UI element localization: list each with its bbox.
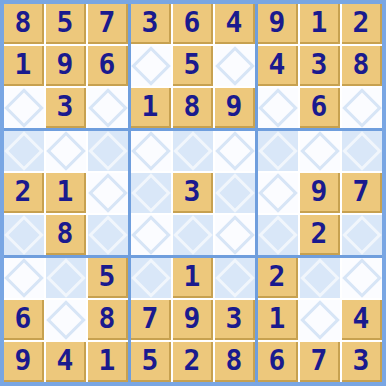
cell-r2c2: 9 [46, 46, 86, 86]
cell-r5c2: 1 [46, 173, 86, 213]
cell-r8c7: 1 [258, 300, 298, 340]
cell-r7c1[interactable] [4, 258, 44, 298]
cell-r3c4: 1 [131, 88, 171, 128]
cell-r6c9[interactable] [342, 215, 382, 255]
cell-r4c8[interactable] [300, 131, 340, 171]
empty-cell-diamond-icon [173, 131, 213, 171]
empty-cell-diamond-icon [258, 215, 298, 255]
cell-r7c4[interactable] [131, 258, 171, 298]
cell-r5c4[interactable] [131, 173, 171, 213]
empty-cell-diamond-icon [46, 258, 86, 298]
cell-r8c4: 7 [131, 300, 171, 340]
empty-cell-diamond-icon [215, 173, 255, 213]
cell-r1c6: 4 [215, 4, 255, 44]
cell-r8c8[interactable] [300, 300, 340, 340]
cell-r7c9[interactable] [342, 258, 382, 298]
cell-r2c6[interactable] [215, 46, 255, 86]
cell-r1c8: 1 [300, 4, 340, 44]
empty-cell-diamond-icon [300, 300, 340, 340]
empty-cell-diamond-icon [258, 131, 298, 171]
cell-r5c5: 3 [173, 173, 213, 213]
cell-r7c7: 2 [258, 258, 298, 298]
cell-r4c4[interactable] [131, 131, 171, 171]
empty-cell-diamond-icon [215, 215, 255, 255]
cell-r7c3: 5 [88, 258, 128, 298]
cell-r7c6[interactable] [215, 258, 255, 298]
cell-r2c7: 4 [258, 46, 298, 86]
cell-r5c6[interactable] [215, 173, 255, 213]
empty-cell-diamond-icon [4, 258, 44, 298]
cell-r9c8: 7 [300, 342, 340, 382]
cell-r6c7[interactable] [258, 215, 298, 255]
cell-r3c3[interactable] [88, 88, 128, 128]
empty-cell-diamond-icon [131, 46, 171, 86]
cell-r5c1: 2 [4, 173, 44, 213]
cell-r3c6: 9 [215, 88, 255, 128]
cell-r8c6: 3 [215, 300, 255, 340]
cell-r1c3: 7 [88, 4, 128, 44]
empty-cell-diamond-icon [342, 258, 382, 298]
cell-r3c2: 3 [46, 88, 86, 128]
cell-r2c1: 1 [4, 46, 44, 86]
cell-r4c2[interactable] [46, 131, 86, 171]
empty-cell-diamond-icon [46, 300, 86, 340]
cell-r2c3: 6 [88, 46, 128, 86]
empty-cell-diamond-icon [46, 131, 86, 171]
empty-cell-diamond-icon [131, 258, 171, 298]
cell-r2c8: 3 [300, 46, 340, 86]
cell-r9c7: 6 [258, 342, 298, 382]
cell-r3c7[interactable] [258, 88, 298, 128]
cell-r8c9: 4 [342, 300, 382, 340]
empty-cell-diamond-icon [215, 131, 255, 171]
cell-r6c8: 2 [300, 215, 340, 255]
empty-cell-diamond-icon [300, 258, 340, 298]
cell-r7c5: 1 [173, 258, 213, 298]
empty-cell-diamond-icon [342, 131, 382, 171]
cell-r5c9: 7 [342, 173, 382, 213]
empty-cell-diamond-icon [342, 88, 382, 128]
empty-cell-diamond-icon [131, 131, 171, 171]
empty-cell-diamond-icon [131, 173, 171, 213]
empty-cell-diamond-icon [4, 88, 44, 128]
empty-cell-diamond-icon [173, 215, 213, 255]
cell-r9c3: 1 [88, 342, 128, 382]
cell-r4c1[interactable] [4, 131, 44, 171]
empty-cell-diamond-icon [4, 131, 44, 171]
empty-cell-diamond-icon [258, 173, 298, 213]
empty-cell-diamond-icon [88, 88, 128, 128]
cell-r5c8: 9 [300, 173, 340, 213]
cell-r5c7[interactable] [258, 173, 298, 213]
empty-cell-diamond-icon [215, 46, 255, 86]
cell-r1c2: 5 [46, 4, 86, 44]
cell-r4c7[interactable] [258, 131, 298, 171]
cell-r8c1: 6 [4, 300, 44, 340]
cell-r6c4[interactable] [131, 215, 171, 255]
cell-r5c3[interactable] [88, 173, 128, 213]
cell-r2c5: 5 [173, 46, 213, 86]
cell-r4c9[interactable] [342, 131, 382, 171]
cell-r6c3[interactable] [88, 215, 128, 255]
cell-r9c6: 8 [215, 342, 255, 382]
cell-r9c2: 4 [46, 342, 86, 382]
cell-r1c9: 2 [342, 4, 382, 44]
cell-r8c3: 8 [88, 300, 128, 340]
cell-r8c5: 9 [173, 300, 213, 340]
cell-r3c8: 6 [300, 88, 340, 128]
cell-r6c1[interactable] [4, 215, 44, 255]
cell-r4c5[interactable] [173, 131, 213, 171]
empty-cell-diamond-icon [88, 215, 128, 255]
cell-r9c4: 5 [131, 342, 171, 382]
cell-r9c9: 3 [342, 342, 382, 382]
empty-cell-diamond-icon [88, 131, 128, 171]
cell-r1c1: 8 [4, 4, 44, 44]
empty-cell-diamond-icon [258, 88, 298, 128]
cell-r9c5: 2 [173, 342, 213, 382]
cell-r1c5: 6 [173, 4, 213, 44]
empty-cell-diamond-icon [300, 131, 340, 171]
cell-r6c6[interactable] [215, 215, 255, 255]
cell-r2c4[interactable] [131, 46, 171, 86]
cell-r3c9[interactable] [342, 88, 382, 128]
sudoku-board: 8573649121965438318962139782512687931494… [0, 0, 386, 386]
empty-cell-diamond-icon [131, 215, 171, 255]
cell-r4c3[interactable] [88, 131, 128, 171]
cell-r1c7: 9 [258, 4, 298, 44]
empty-cell-diamond-icon [342, 215, 382, 255]
empty-cell-diamond-icon [215, 258, 255, 298]
cell-r7c2[interactable] [46, 258, 86, 298]
cell-r6c5[interactable] [173, 215, 213, 255]
cell-r6c2: 8 [46, 215, 86, 255]
cell-r2c9: 8 [342, 46, 382, 86]
empty-cell-diamond-icon [4, 215, 44, 255]
cell-r9c1: 9 [4, 342, 44, 382]
cell-r8c2[interactable] [46, 300, 86, 340]
cell-r1c4: 3 [131, 4, 171, 44]
cell-r7c8[interactable] [300, 258, 340, 298]
cell-r3c1[interactable] [4, 88, 44, 128]
empty-cell-diamond-icon [88, 173, 128, 213]
cell-r4c6[interactable] [215, 131, 255, 171]
cell-r3c5: 8 [173, 88, 213, 128]
